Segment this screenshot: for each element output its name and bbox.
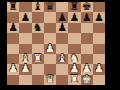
black-pawn[interactable]: ♟ xyxy=(57,22,67,32)
square-e7[interactable]: ♟ xyxy=(56,12,68,22)
square-h1[interactable] xyxy=(93,75,105,85)
square-d8[interactable]: ♛ xyxy=(44,2,56,12)
square-e4[interactable] xyxy=(56,44,68,54)
black-pawn[interactable]: ♟ xyxy=(57,12,67,22)
square-g5[interactable] xyxy=(81,33,93,43)
white-king[interactable]: ♚ xyxy=(82,74,92,84)
square-e2[interactable] xyxy=(56,64,68,74)
square-h2[interactable]: ♟ xyxy=(93,64,105,74)
square-d1[interactable]: ♛ xyxy=(44,75,56,85)
square-a4[interactable] xyxy=(7,44,19,54)
square-c4[interactable] xyxy=(32,44,44,54)
black-king[interactable]: ♚ xyxy=(82,2,92,12)
square-f3[interactable]: ♞ xyxy=(68,54,80,64)
black-pawn[interactable]: ♟ xyxy=(94,12,104,22)
black-rook[interactable]: ♜ xyxy=(8,2,18,12)
black-bishop[interactable]: ♝ xyxy=(33,2,43,12)
square-a5[interactable] xyxy=(7,33,19,43)
square-g8[interactable]: ♚ xyxy=(81,2,93,12)
square-g4[interactable] xyxy=(81,44,93,54)
square-a1[interactable] xyxy=(7,75,19,85)
white-rook[interactable]: ♜ xyxy=(33,54,43,64)
square-b6[interactable] xyxy=(19,23,31,33)
square-g7[interactable]: ♟ xyxy=(81,12,93,22)
square-b4[interactable] xyxy=(19,44,31,54)
square-d2[interactable] xyxy=(44,64,56,74)
square-h4[interactable] xyxy=(93,44,105,54)
square-d3[interactable] xyxy=(44,54,56,64)
black-knight[interactable]: ♞ xyxy=(33,22,43,32)
chess-board: ♜♝♛♜♚♟♟♟♟♟♟♞♟♟♝♜♝♞♟♟♟♟♟♛♜♚ xyxy=(7,2,105,85)
black-queen[interactable]: ♛ xyxy=(45,2,55,12)
square-c1[interactable] xyxy=(32,75,44,85)
white-bishop[interactable]: ♝ xyxy=(57,54,67,64)
square-c5[interactable] xyxy=(32,33,44,43)
black-pawn[interactable]: ♟ xyxy=(20,12,30,22)
video-frame: ♜♝♛♜♚♟♟♟♟♟♟♞♟♟♝♜♝♞♟♟♟♟♟♛♜♚ xyxy=(0,0,120,90)
square-g3[interactable] xyxy=(81,54,93,64)
white-rook[interactable]: ♜ xyxy=(69,74,79,84)
square-h8[interactable] xyxy=(93,2,105,12)
square-a2[interactable]: ♟ xyxy=(7,64,19,74)
square-a6[interactable]: ♟ xyxy=(7,23,19,33)
white-pawn[interactable]: ♟ xyxy=(20,64,30,74)
square-g6[interactable] xyxy=(81,23,93,33)
square-e1[interactable] xyxy=(56,75,68,85)
square-f2[interactable]: ♟ xyxy=(68,64,80,74)
square-e5[interactable] xyxy=(56,33,68,43)
square-b3[interactable]: ♝ xyxy=(19,54,31,64)
square-d5[interactable] xyxy=(44,33,56,43)
square-c8[interactable]: ♝ xyxy=(32,2,44,12)
square-f8[interactable]: ♜ xyxy=(68,2,80,12)
square-f5[interactable] xyxy=(68,33,80,43)
square-a7[interactable] xyxy=(7,12,19,22)
white-queen[interactable]: ♛ xyxy=(45,74,55,84)
black-pawn[interactable]: ♟ xyxy=(8,22,18,32)
square-d4[interactable]: ♟ xyxy=(44,44,56,54)
square-a8[interactable]: ♜ xyxy=(7,2,19,12)
white-pawn[interactable]: ♟ xyxy=(69,64,79,74)
square-c7[interactable] xyxy=(32,12,44,22)
square-h5[interactable] xyxy=(93,33,105,43)
square-f4[interactable] xyxy=(68,44,80,54)
square-b1[interactable] xyxy=(19,75,31,85)
black-rook[interactable]: ♜ xyxy=(69,2,79,12)
square-d7[interactable] xyxy=(44,12,56,22)
square-f6[interactable] xyxy=(68,23,80,33)
square-c3[interactable]: ♜ xyxy=(32,54,44,64)
square-h6[interactable] xyxy=(93,23,105,33)
square-b8[interactable] xyxy=(19,2,31,12)
square-h3[interactable] xyxy=(93,54,105,64)
white-pawn[interactable]: ♟ xyxy=(45,43,55,53)
square-g1[interactable]: ♚ xyxy=(81,75,93,85)
square-d6[interactable] xyxy=(44,23,56,33)
square-b7[interactable]: ♟ xyxy=(19,12,31,22)
white-pawn[interactable]: ♟ xyxy=(8,64,18,74)
square-c2[interactable] xyxy=(32,64,44,74)
square-c6[interactable]: ♞ xyxy=(32,23,44,33)
square-h7[interactable]: ♟ xyxy=(93,12,105,22)
white-pawn[interactable]: ♟ xyxy=(82,64,92,74)
square-e3[interactable]: ♝ xyxy=(56,54,68,64)
white-pawn[interactable]: ♟ xyxy=(94,64,104,74)
square-g2[interactable]: ♟ xyxy=(81,64,93,74)
square-a3[interactable] xyxy=(7,54,19,64)
square-f7[interactable]: ♟ xyxy=(68,12,80,22)
white-knight[interactable]: ♞ xyxy=(69,54,79,64)
square-f1[interactable]: ♜ xyxy=(68,75,80,85)
white-bishop[interactable]: ♝ xyxy=(20,54,30,64)
square-e6[interactable]: ♟ xyxy=(56,23,68,33)
black-pawn[interactable]: ♟ xyxy=(82,12,92,22)
square-b5[interactable] xyxy=(19,33,31,43)
black-pawn[interactable]: ♟ xyxy=(69,12,79,22)
square-b2[interactable]: ♟ xyxy=(19,64,31,74)
square-e8[interactable] xyxy=(56,2,68,12)
